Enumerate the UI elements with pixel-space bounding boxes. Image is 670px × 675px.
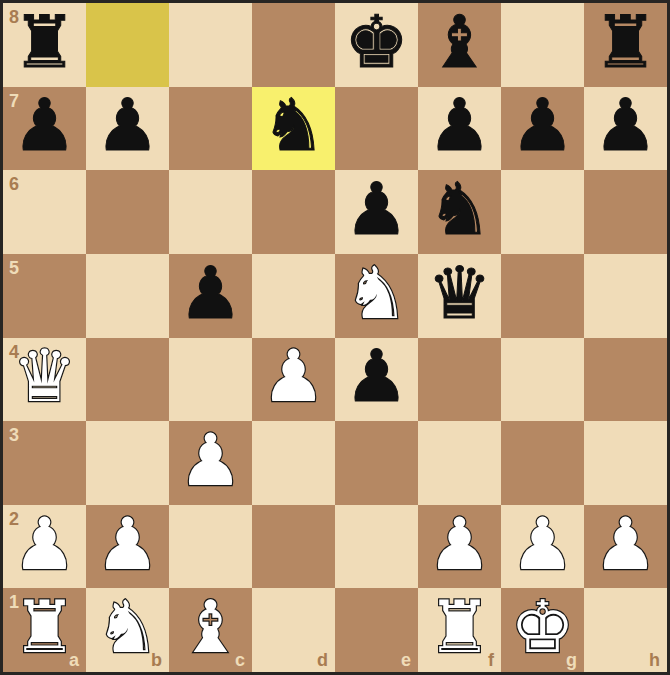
white-pawn-b2[interactable]: ♟ (95, 508, 160, 580)
file-label-f: f (488, 651, 494, 669)
square-h6[interactable] (584, 170, 667, 254)
square-a5[interactable]: 5 (3, 254, 86, 338)
square-d5[interactable] (252, 254, 335, 338)
black-pawn-f7[interactable]: ♟ (427, 89, 492, 161)
square-g6[interactable] (501, 170, 584, 254)
black-knight-f6[interactable]: ♞ (427, 173, 492, 245)
square-a3[interactable]: 3 (3, 421, 86, 505)
square-d1[interactable]: d (252, 588, 335, 672)
square-f2[interactable]: ♟ (418, 505, 501, 589)
square-a1[interactable]: 1a♜ (3, 588, 86, 672)
black-pawn-e6[interactable]: ♟ (344, 173, 409, 245)
black-rook-h8[interactable]: ♜ (593, 6, 658, 78)
file-label-b: b (151, 651, 162, 669)
rank-label-8: 8 (9, 8, 19, 26)
square-f6[interactable]: ♞ (418, 170, 501, 254)
black-knight-d7[interactable]: ♞ (261, 89, 326, 161)
white-pawn-c3[interactable]: ♟ (178, 424, 243, 496)
chess-board: 8♜♚♝♜7♟♟♞♟♟♟6♟♞5♟♞♛4♛♟♟3♟2♟♟♟♟♟1a♜b♞c♝de… (0, 0, 670, 675)
square-c1[interactable]: c♝ (169, 588, 252, 672)
file-label-g: g (566, 651, 577, 669)
square-a2[interactable]: 2♟ (3, 505, 86, 589)
file-label-e: e (401, 651, 411, 669)
square-d2[interactable] (252, 505, 335, 589)
file-label-h: h (649, 651, 660, 669)
square-a4[interactable]: 4♛ (3, 338, 86, 422)
white-pawn-g2[interactable]: ♟ (510, 508, 575, 580)
square-c6[interactable] (169, 170, 252, 254)
square-e4[interactable]: ♟ (335, 338, 418, 422)
square-c3[interactable]: ♟ (169, 421, 252, 505)
white-pawn-h2[interactable]: ♟ (593, 508, 658, 580)
square-h7[interactable]: ♟ (584, 87, 667, 171)
square-g2[interactable]: ♟ (501, 505, 584, 589)
white-rook-f1[interactable]: ♜ (427, 591, 492, 663)
white-queen-a4[interactable]: ♛ (12, 340, 77, 412)
black-pawn-g7[interactable]: ♟ (510, 89, 575, 161)
square-e8[interactable]: ♚ (335, 3, 418, 87)
rank-label-3: 3 (9, 426, 19, 444)
square-g3[interactable] (501, 421, 584, 505)
square-d7[interactable]: ♞ (252, 87, 335, 171)
square-h3[interactable] (584, 421, 667, 505)
square-h5[interactable] (584, 254, 667, 338)
square-b6[interactable] (86, 170, 169, 254)
square-e1[interactable]: e (335, 588, 418, 672)
white-knight-e5[interactable]: ♞ (344, 257, 409, 329)
black-king-e8[interactable]: ♚ (344, 6, 409, 78)
square-c8[interactable] (169, 3, 252, 87)
square-b3[interactable] (86, 421, 169, 505)
white-pawn-a2[interactable]: ♟ (12, 508, 77, 580)
black-pawn-b7[interactable]: ♟ (95, 89, 160, 161)
square-b2[interactable]: ♟ (86, 505, 169, 589)
square-g4[interactable] (501, 338, 584, 422)
square-f8[interactable]: ♝ (418, 3, 501, 87)
square-d3[interactable] (252, 421, 335, 505)
rank-label-1: 1 (9, 593, 19, 611)
square-e6[interactable]: ♟ (335, 170, 418, 254)
square-f3[interactable] (418, 421, 501, 505)
square-f4[interactable] (418, 338, 501, 422)
square-f7[interactable]: ♟ (418, 87, 501, 171)
square-b1[interactable]: b♞ (86, 588, 169, 672)
square-b4[interactable] (86, 338, 169, 422)
square-c5[interactable]: ♟ (169, 254, 252, 338)
square-g5[interactable] (501, 254, 584, 338)
rank-label-4: 4 (9, 343, 19, 361)
square-c7[interactable] (169, 87, 252, 171)
square-g7[interactable]: ♟ (501, 87, 584, 171)
square-a8[interactable]: 8♜ (3, 3, 86, 87)
black-rook-a8[interactable]: ♜ (12, 6, 77, 78)
black-pawn-c5[interactable]: ♟ (178, 257, 243, 329)
white-rook-a1[interactable]: ♜ (12, 591, 77, 663)
white-pawn-f2[interactable]: ♟ (427, 508, 492, 580)
square-h2[interactable]: ♟ (584, 505, 667, 589)
square-h1[interactable]: h (584, 588, 667, 672)
black-pawn-e4[interactable]: ♟ (344, 340, 409, 412)
square-a6[interactable]: 6 (3, 170, 86, 254)
square-c2[interactable] (169, 505, 252, 589)
square-d4[interactable]: ♟ (252, 338, 335, 422)
square-g1[interactable]: g♚ (501, 588, 584, 672)
rank-label-5: 5 (9, 259, 19, 277)
rank-label-6: 6 (9, 175, 19, 193)
square-b5[interactable] (86, 254, 169, 338)
square-e7[interactable] (335, 87, 418, 171)
square-h8[interactable]: ♜ (584, 3, 667, 87)
file-label-d: d (317, 651, 328, 669)
black-queen-f5[interactable]: ♛ (427, 257, 492, 329)
square-d6[interactable] (252, 170, 335, 254)
square-e3[interactable] (335, 421, 418, 505)
file-label-a: a (69, 651, 79, 669)
white-pawn-d4[interactable]: ♟ (261, 340, 326, 412)
black-bishop-f8[interactable]: ♝ (427, 6, 492, 78)
square-f1[interactable]: f♜ (418, 588, 501, 672)
square-c4[interactable] (169, 338, 252, 422)
file-label-c: c (235, 651, 245, 669)
square-h4[interactable] (584, 338, 667, 422)
square-a7[interactable]: 7♟ (3, 87, 86, 171)
rank-label-2: 2 (9, 510, 19, 528)
rank-label-7: 7 (9, 92, 19, 110)
square-e5[interactable]: ♞ (335, 254, 418, 338)
square-b7[interactable]: ♟ (86, 87, 169, 171)
black-pawn-a7[interactable]: ♟ (12, 89, 77, 161)
black-pawn-h7[interactable]: ♟ (593, 89, 658, 161)
square-d8[interactable] (252, 3, 335, 87)
square-b8[interactable] (86, 3, 169, 87)
square-e2[interactable] (335, 505, 418, 589)
square-g8[interactable] (501, 3, 584, 87)
white-bishop-c1[interactable]: ♝ (178, 591, 243, 663)
square-f5[interactable]: ♛ (418, 254, 501, 338)
